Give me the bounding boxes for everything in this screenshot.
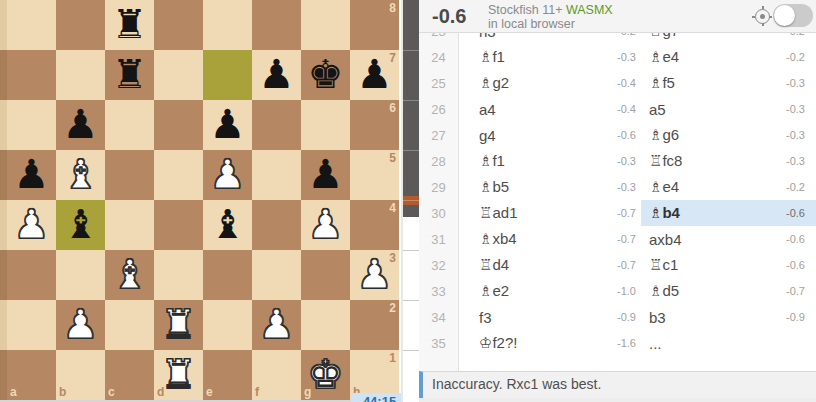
black-move-31[interactable]: axb4-0.6: [641, 226, 816, 252]
black-move-25[interactable]: ♗f5-0.3: [641, 70, 816, 96]
square-c2[interactable]: [105, 300, 154, 350]
move-row-29: 29♗b5-0.3♗e4-0.2: [419, 174, 816, 200]
black-move-san: ♗e4: [641, 178, 679, 196]
square-h8[interactable]: 8: [350, 0, 399, 50]
board-edge-square: [0, 300, 7, 350]
file-label-g: g: [304, 385, 311, 399]
square-e2[interactable]: [203, 300, 252, 350]
black-move-san: ♗f5: [641, 74, 675, 92]
white-move-28[interactable]: ♗f1-0.3: [458, 148, 641, 174]
file-label-b: b: [59, 385, 66, 399]
black-move-29[interactable]: ♗e4-0.2: [641, 174, 816, 200]
white-move-35[interactable]: ♔f2?!-1.6: [458, 330, 641, 356]
square-b7[interactable]: [56, 50, 105, 100]
piece-bP-b6[interactable]: ♟: [56, 100, 105, 150]
move-number: 26: [419, 102, 458, 117]
white-move-34[interactable]: f3-0.9: [458, 304, 641, 330]
clock: 44:15: [351, 393, 408, 402]
square-e4[interactable]: ♝: [203, 200, 252, 250]
black-move-eval: -0.6: [786, 259, 816, 271]
square-d5[interactable]: [154, 150, 203, 200]
black-move-eval: -0.3: [786, 155, 816, 167]
move-number: 31: [419, 232, 458, 247]
piece-wP-g4[interactable]: ♟: [301, 200, 350, 250]
piece-wR-d2[interactable]: ♜: [154, 300, 203, 350]
square-g1[interactable]: ♚g: [301, 350, 350, 400]
square-b4[interactable]: ♝: [56, 200, 105, 250]
white-move-san: ♗f1: [458, 152, 505, 170]
black-move-27[interactable]: ♗g6-0.3: [641, 122, 816, 148]
black-move-san: ♔g7: [641, 33, 679, 40]
black-move-san: axb4: [641, 231, 682, 248]
square-e5[interactable]: ♟: [203, 150, 252, 200]
square-a7[interactable]: [7, 50, 56, 100]
board-left-edge: [0, 0, 7, 400]
square-b3[interactable]: [56, 250, 105, 300]
square-a3[interactable]: [7, 250, 56, 300]
board-edge-square: [0, 50, 7, 100]
square-c4[interactable]: [105, 200, 154, 250]
white-move-san: ♗xb4: [458, 230, 517, 248]
black-move-san: ♗d5: [641, 282, 679, 300]
white-move-27[interactable]: g4-0.6: [458, 122, 641, 148]
clock-time: 44:15: [351, 393, 408, 402]
white-move-san: ♗f1: [458, 48, 505, 66]
move-number: 33: [419, 284, 458, 299]
square-b1[interactable]: b: [56, 350, 105, 400]
square-d2[interactable]: ♜: [154, 300, 203, 350]
square-d1[interactable]: ♜d: [154, 350, 203, 400]
white-move-24[interactable]: ♗f1-0.3: [458, 44, 641, 70]
move-list[interactable]: 23h3-0.2♔g7-0.224♗f1-0.3♗e4-0.225♗g2-0.4…: [419, 33, 816, 371]
move-row-24: 24♗f1-0.3♗e4-0.2: [419, 44, 816, 70]
white-move-23[interactable]: h3-0.2: [458, 33, 641, 44]
square-a4[interactable]: ♟: [7, 200, 56, 250]
black-move-eval: -0.2: [786, 33, 816, 37]
square-c1[interactable]: c: [105, 350, 154, 400]
move-row-32: 32♖d4-0.7♖c1-0.6: [419, 252, 816, 278]
black-move-eval: -0.3: [786, 129, 816, 141]
square-f4[interactable]: [252, 200, 301, 250]
move-number: 34: [419, 310, 458, 325]
piece-wP-f2[interactable]: ♟: [252, 300, 301, 350]
square-g7[interactable]: ♚: [301, 50, 350, 100]
square-a8[interactable]: [7, 0, 56, 50]
white-move-san: ♗b5: [458, 178, 509, 196]
move-row-31: 31♗xb4-0.7axb4-0.6: [419, 226, 816, 252]
rank-label-3: 3: [389, 251, 396, 265]
square-d7[interactable]: [154, 50, 203, 100]
move-number: 30: [419, 206, 458, 221]
square-b5[interactable]: ♝: [56, 150, 105, 200]
black-move-eval: -0.6: [786, 233, 816, 245]
black-move-26[interactable]: a5-0.3: [641, 96, 816, 122]
black-move-eval: -0.3: [786, 103, 816, 115]
black-move-san: b3: [641, 309, 666, 326]
white-move-33[interactable]: ♗e2-1.0: [458, 278, 641, 304]
piece-bB-e4[interactable]: ♝: [203, 200, 252, 250]
white-move-san: ♖ad1: [458, 204, 517, 222]
piece-wB-b5[interactable]: ♝: [56, 150, 105, 200]
square-d8[interactable]: [154, 0, 203, 50]
engine-toggle[interactable]: [773, 4, 813, 27]
white-move-san: g4: [458, 127, 496, 144]
eval-score: -0.6: [432, 0, 466, 33]
square-d3[interactable]: [154, 250, 203, 300]
move-row-23: 23h3-0.2♔g7-0.2: [419, 33, 816, 44]
black-move-32[interactable]: ♖c1-0.6: [641, 252, 816, 278]
move-row-30: 30♖ad1-0.7♗b4-0.6: [419, 200, 816, 226]
square-d4[interactable]: [154, 200, 203, 250]
gauge-tick: [403, 350, 419, 351]
square-c8[interactable]: ♜: [105, 0, 154, 50]
square-d6[interactable]: [154, 100, 203, 150]
black-move-san: ...: [641, 335, 662, 352]
engine-subtitle: in local browser: [488, 17, 613, 31]
piece-wP-e5[interactable]: ♟: [203, 150, 252, 200]
piece-bR-c7[interactable]: ♜: [105, 50, 154, 100]
piece-wP-b2[interactable]: ♟: [56, 300, 105, 350]
square-a6[interactable]: [7, 100, 56, 150]
square-f3[interactable]: [252, 250, 301, 300]
black-move-san: ♗e4: [641, 48, 679, 66]
file-label-f: f: [255, 385, 259, 399]
square-g3[interactable]: [301, 250, 350, 300]
piece-bP-e6[interactable]: ♟: [203, 100, 252, 150]
white-move-30[interactable]: ♖ad1-0.7: [458, 200, 641, 226]
comment-text: Inaccuracy. Rxc1 was best.: [423, 372, 816, 397]
gauge-tick: [403, 200, 419, 201]
black-move-san: ♗g6: [641, 126, 679, 144]
file-label-d: d: [157, 385, 164, 399]
square-a5[interactable]: ♟: [7, 150, 56, 200]
rank-label-6: 6: [389, 101, 396, 115]
white-move-eval: -0.7: [617, 233, 641, 245]
square-h7[interactable]: ♟7: [350, 50, 399, 100]
move-row-28: 28♗f1-0.3♖fc8-0.3: [419, 148, 816, 174]
rank-label-2: 2: [389, 301, 396, 315]
white-move-san: ♔f2?!: [458, 334, 517, 352]
piece-bK-g7[interactable]: ♚: [301, 50, 350, 100]
white-move-eval: -0.4: [617, 103, 641, 115]
move-row-35: 35♔f2?!-1.6...: [419, 330, 816, 356]
engine-toggle-knob[interactable]: [774, 5, 795, 26]
rank-label-7: 7: [389, 51, 396, 65]
piece-bR-c8[interactable]: ♜: [105, 0, 154, 50]
white-move-san: f3: [458, 309, 492, 326]
black-move-23[interactable]: ♔g7-0.2: [641, 33, 816, 44]
rank-label-5: 5: [389, 151, 396, 165]
square-h6[interactable]: 6: [350, 100, 399, 150]
move-number: 35: [419, 336, 458, 351]
piece-bP-g5[interactable]: ♟: [301, 150, 350, 200]
square-e1[interactable]: e: [203, 350, 252, 400]
black-move-eval: -0.7: [786, 285, 816, 297]
square-f5[interactable]: [252, 150, 301, 200]
board-edge-square: [0, 200, 7, 250]
square-g8[interactable]: [301, 0, 350, 50]
white-move-eval: -0.7: [617, 259, 641, 271]
white-move-eval: -0.6: [617, 129, 641, 141]
white-move-26[interactable]: a4-0.4: [458, 96, 641, 122]
square-e8[interactable]: [203, 0, 252, 50]
move-number: 24: [419, 50, 458, 65]
black-move-eval: -0.2: [786, 51, 816, 63]
piece-wB-c3[interactable]: ♝: [105, 250, 154, 300]
square-h4[interactable]: 4: [350, 200, 399, 250]
move-number: 25: [419, 76, 458, 91]
black-move-san: ♗b4: [641, 204, 680, 222]
target-icon[interactable]: [755, 9, 770, 24]
gauge-tick: [403, 50, 419, 51]
white-move-san: ♗g2: [458, 74, 509, 92]
square-f8[interactable]: [252, 0, 301, 50]
white-move-eval: -0.7: [617, 207, 641, 219]
board-edge-square: [0, 250, 7, 300]
white-move-eval: -0.4: [617, 77, 641, 89]
black-move-eval: -0.2: [786, 181, 816, 193]
piece-bB-b4[interactable]: ♝: [56, 200, 105, 250]
piece-wP-a4[interactable]: ♟: [7, 200, 56, 250]
chess-board: ♜8♜♟♚♟7♟♟6♟♝♟♟5♟♝♝♟4♝♟3♟♜♟2abc♜def♚g1h: [7, 0, 399, 400]
square-f1[interactable]: f: [252, 350, 301, 400]
white-move-eval: -0.3: [617, 155, 641, 167]
board-edge-square: [0, 150, 7, 200]
gauge-tick: [403, 100, 419, 101]
rank-label-8: 8: [389, 1, 396, 15]
white-move-29[interactable]: ♗b5-0.3: [458, 174, 641, 200]
engine-variant-badge: WASMX: [566, 3, 613, 17]
gauge-tick: [403, 250, 419, 251]
comment-bar: Inaccuracy. Rxc1 was best.: [419, 371, 816, 398]
move-row-33: 33♗e2-1.0♗d5-0.7: [419, 278, 816, 304]
square-e6[interactable]: ♟: [203, 100, 252, 150]
board-edge-square: [0, 0, 7, 50]
square-h5[interactable]: 5: [350, 150, 399, 200]
white-move-eval: -0.3: [617, 181, 641, 193]
move-number: 28: [419, 154, 458, 169]
black-move-33[interactable]: ♗d5-0.7: [641, 278, 816, 304]
square-b2[interactable]: ♟: [56, 300, 105, 350]
square-h2[interactable]: 2: [350, 300, 399, 350]
move-rows: 23h3-0.2♔g7-0.224♗f1-0.3♗e4-0.225♗g2-0.4…: [419, 33, 816, 356]
engine-info: Stockfish 11+ WASMX in local browser: [488, 3, 613, 31]
piece-bP-a5[interactable]: ♟: [7, 150, 56, 200]
eval-gauge: [401, 0, 419, 402]
analysis-page: ♜8♜♟♚♟7♟♟6♟♝♟♟5♟♝♝♟4♝♟3♟♜♟2abc♜def♚g1h 4…: [0, 0, 816, 402]
move-number: 27: [419, 128, 458, 143]
square-f6[interactable]: [252, 100, 301, 150]
move-row-25: 25♗g2-0.4♗f5-0.3: [419, 70, 816, 96]
square-f7[interactable]: ♟: [252, 50, 301, 100]
square-c6[interactable]: [105, 100, 154, 150]
piece-bP-f7[interactable]: ♟: [252, 50, 301, 100]
move-row-27: 27g4-0.6♗g6-0.3: [419, 122, 816, 148]
black-move-30[interactable]: ♗b4-0.6: [641, 200, 816, 226]
ceval-header: -0.6 Stockfish 11+ WASMX in local browse…: [419, 0, 816, 33]
rank-label-1: 1: [389, 351, 396, 365]
black-move-eval: -0.9: [786, 311, 816, 323]
black-move-35[interactable]: ...: [641, 330, 816, 356]
eval-gauge-black-part: [403, 0, 419, 217]
file-label-e: e: [206, 385, 213, 399]
analysis-panel: -0.6 Stockfish 11+ WASMX in local browse…: [419, 0, 816, 402]
white-move-san: h3: [458, 33, 496, 40]
black-move-san: a5: [641, 101, 666, 118]
board-edge-square: [0, 100, 7, 150]
move-number: 29: [419, 180, 458, 195]
square-g2[interactable]: [301, 300, 350, 350]
square-e7[interactable]: [203, 50, 252, 100]
square-b8[interactable]: [56, 0, 105, 50]
white-move-eval: -0.3: [617, 51, 641, 63]
move-number: 32: [419, 258, 458, 273]
black-move-34[interactable]: b3-0.9: [641, 304, 816, 330]
white-move-san: a4: [458, 101, 496, 118]
square-g4[interactable]: ♟: [301, 200, 350, 250]
white-move-31[interactable]: ♗xb4-0.7: [458, 226, 641, 252]
gauge-tick: [403, 300, 419, 301]
black-move-san: ♖c1: [641, 256, 678, 274]
move-row-34: 34f3-0.9b3-0.9: [419, 304, 816, 330]
square-a1[interactable]: a: [7, 350, 56, 400]
square-h3[interactable]: ♟3: [350, 250, 399, 300]
move-row-26: 26a4-0.4a5-0.3: [419, 96, 816, 122]
white-move-eval: -1.6: [617, 337, 641, 349]
square-a2[interactable]: [7, 300, 56, 350]
white-move-san: ♗e2: [458, 282, 509, 300]
white-move-eval: -0.9: [617, 311, 641, 323]
square-e3[interactable]: [203, 250, 252, 300]
square-g5[interactable]: ♟: [301, 150, 350, 200]
square-b6[interactable]: ♟: [56, 100, 105, 150]
move-number: 23: [419, 33, 458, 39]
black-move-24[interactable]: ♗e4-0.2: [641, 44, 816, 70]
white-move-32[interactable]: ♖d4-0.7: [458, 252, 641, 278]
rank-label-4: 4: [389, 201, 396, 215]
gauge-tick: [403, 150, 419, 151]
square-g6[interactable]: [301, 100, 350, 150]
square-f2[interactable]: ♟: [252, 300, 301, 350]
black-move-eval: -0.3: [786, 77, 816, 89]
black-move-san: ♖fc8: [641, 152, 682, 170]
white-move-san: ♖d4: [458, 256, 509, 274]
black-move-28[interactable]: ♖fc8-0.3: [641, 148, 816, 174]
square-c3[interactable]: ♝: [105, 250, 154, 300]
white-move-25[interactable]: ♗g2-0.4: [458, 70, 641, 96]
white-move-eval: -1.0: [617, 285, 641, 297]
engine-name: Stockfish 11+: [488, 3, 562, 17]
file-label-a: a: [10, 385, 17, 399]
white-move-eval: -0.2: [617, 33, 641, 37]
file-label-c: c: [108, 385, 115, 399]
square-c5[interactable]: [105, 150, 154, 200]
black-move-eval: -0.6: [786, 207, 816, 219]
board-edge-square: [0, 350, 7, 400]
square-c7[interactable]: ♜: [105, 50, 154, 100]
